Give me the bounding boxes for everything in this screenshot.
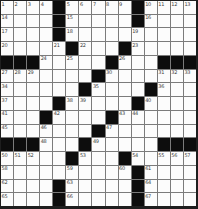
cell-r1c10[interactable]: 9 (119, 1, 131, 14)
clue-number-7: 7 (93, 1, 96, 7)
cell-r3c12[interactable] (145, 28, 157, 41)
clue-number-44: 44 (132, 110, 138, 116)
clue-number-50: 50 (2, 152, 8, 158)
clue-number-4: 4 (41, 1, 44, 7)
cell-r7c2[interactable] (14, 83, 26, 96)
cell-r10c1[interactable]: 45 (1, 125, 13, 138)
cell-r4c14[interactable] (171, 42, 183, 55)
cell-r14c15[interactable] (184, 180, 196, 193)
cell-r6c1[interactable]: 27 (1, 70, 13, 83)
cell-r9c3[interactable] (27, 111, 39, 124)
cell-r2c13[interactable] (158, 15, 170, 28)
cell-r14c12[interactable]: 64 (145, 180, 157, 193)
cell-r14c3[interactable] (27, 180, 39, 193)
cell-r8c13[interactable] (158, 97, 170, 110)
cell-r1c1[interactable]: 1 (1, 1, 13, 14)
cell-r5c4[interactable]: 24 (40, 56, 52, 69)
clue-number-36: 36 (158, 83, 164, 89)
clue-number-60: 60 (119, 165, 125, 171)
cell-r14c9[interactable] (106, 180, 118, 193)
black-cell-r4c6 (66, 42, 78, 55)
cell-r4c5[interactable]: 21 (53, 42, 65, 55)
cell-r15c2[interactable] (14, 193, 26, 206)
cell-r12c1[interactable]: 50 (1, 152, 13, 165)
cell-r1c7[interactable]: 6 (79, 1, 91, 14)
clue-number-52: 52 (28, 152, 34, 158)
cell-r12c9[interactable] (106, 152, 118, 165)
clue-number-19: 19 (132, 28, 138, 34)
cell-r3c10[interactable] (119, 28, 131, 41)
cell-r11c11[interactable] (132, 138, 144, 151)
clue-number-25: 25 (67, 55, 73, 61)
clue-number-46: 46 (41, 124, 47, 130)
cell-r12c15[interactable]: 57 (184, 152, 196, 165)
cell-r6c4[interactable] (40, 70, 52, 83)
clue-number-39: 39 (80, 97, 86, 103)
cell-r13c9[interactable] (106, 166, 118, 179)
cell-r4c7[interactable]: 22 (79, 42, 91, 55)
cell-r12c11[interactable]: 54 (132, 152, 144, 165)
cell-r3c2[interactable] (14, 28, 26, 41)
cell-r2c8[interactable] (92, 15, 104, 28)
cell-r3c8[interactable] (92, 28, 104, 41)
cell-r9c11[interactable]: 44 (132, 111, 144, 124)
cell-r10c4[interactable]: 46 (40, 125, 52, 138)
clue-number-40: 40 (145, 97, 151, 103)
black-cell-r5c2 (14, 56, 26, 69)
cell-r12c12[interactable] (145, 152, 157, 165)
cell-r14c14[interactable] (171, 180, 183, 193)
cell-r10c3[interactable] (27, 125, 39, 138)
cell-r13c1[interactable]: 58 (1, 166, 13, 179)
cell-r10c14[interactable] (171, 125, 183, 138)
cell-r1c14[interactable]: 12 (171, 1, 183, 14)
cell-r4c12[interactable] (145, 42, 157, 55)
cell-r13c12[interactable]: 61 (145, 166, 157, 179)
clue-number-10: 10 (145, 1, 151, 7)
black-cell-r11c7 (79, 138, 91, 151)
cell-r4c15[interactable] (184, 42, 196, 55)
cell-r2c14[interactable] (171, 15, 183, 28)
black-cell-r5c9 (106, 56, 118, 69)
clue-number-29: 29 (28, 69, 34, 75)
black-cell-r10c8 (92, 125, 104, 138)
clue-number-38: 38 (67, 97, 73, 103)
black-cell-r14c5 (53, 180, 65, 193)
cell-r13c8[interactable] (92, 166, 104, 179)
cell-r7c13[interactable]: 36 (158, 83, 170, 96)
clue-number-32: 32 (171, 69, 177, 75)
clue-number-67: 67 (145, 193, 151, 199)
clue-number-43: 43 (119, 110, 125, 116)
cell-r5c11[interactable] (132, 56, 144, 69)
cell-r15c4[interactable] (40, 193, 52, 206)
crossword-page: 1234567891011121314151617181920212223242… (0, 0, 198, 209)
cell-r11c9[interactable] (106, 138, 118, 151)
cell-r1c9[interactable]: 8 (106, 1, 118, 14)
black-cell-r11c2 (14, 138, 26, 151)
clue-number-16: 16 (145, 14, 151, 20)
clue-number-28: 28 (15, 69, 21, 75)
cell-r6c2[interactable]: 28 (14, 70, 26, 83)
black-cell-r7c7 (79, 83, 91, 96)
clue-number-66: 66 (67, 193, 73, 199)
clue-number-48: 48 (41, 138, 47, 144)
cell-r12c8[interactable] (92, 152, 104, 165)
cell-r9c15[interactable] (184, 111, 196, 124)
cell-r4c2[interactable] (14, 42, 26, 55)
cell-r13c2[interactable] (14, 166, 26, 179)
cell-r10c10[interactable] (119, 125, 131, 138)
cell-r4c3[interactable] (27, 42, 39, 55)
clue-number-62: 62 (2, 179, 8, 185)
clue-number-35: 35 (93, 83, 99, 89)
clue-number-11: 11 (158, 1, 164, 7)
cell-r3c6[interactable]: 18 (66, 28, 78, 41)
cell-r12c5[interactable] (53, 152, 65, 165)
clue-number-65: 65 (2, 193, 8, 199)
cell-r7c11[interactable] (132, 83, 144, 96)
cell-r2c10[interactable] (119, 15, 131, 28)
cell-r3c1[interactable]: 17 (1, 28, 13, 41)
black-cell-r9c9 (106, 111, 118, 124)
clue-number-42: 42 (54, 110, 60, 116)
cell-r2c6[interactable]: 15 (66, 15, 78, 28)
cell-r6c15[interactable]: 33 (184, 70, 196, 83)
cell-r1c3[interactable]: 3 (27, 1, 39, 14)
cell-r9c12[interactable] (145, 111, 157, 124)
clue-number-61: 61 (145, 165, 151, 171)
cell-r6c9[interactable]: 30 (106, 70, 118, 83)
black-cell-r9c4 (40, 111, 52, 124)
cell-r12c7[interactable]: 53 (79, 152, 91, 165)
cell-r12c4[interactable] (40, 152, 52, 165)
cell-r10c13[interactable] (158, 125, 170, 138)
cell-r7c14[interactable] (171, 83, 183, 96)
cell-r15c7[interactable] (79, 193, 91, 206)
cell-r6c10[interactable] (119, 70, 131, 83)
cell-r7c5[interactable] (53, 83, 65, 96)
clue-number-12: 12 (171, 1, 177, 7)
black-cell-r11c15 (184, 138, 196, 151)
black-cell-r11c1 (1, 138, 13, 151)
clue-number-13: 13 (184, 1, 190, 7)
cell-r3c14[interactable] (171, 28, 183, 41)
cell-r5c7[interactable] (79, 56, 91, 69)
black-cell-r11c3 (27, 138, 39, 151)
clue-number-30: 30 (106, 69, 112, 75)
cell-r2c1[interactable]: 14 (1, 15, 13, 28)
cell-r7c4[interactable] (40, 83, 52, 96)
cell-r1c8[interactable]: 7 (92, 1, 104, 14)
cell-r15c3[interactable] (27, 193, 39, 206)
clue-number-26: 26 (119, 55, 125, 61)
cell-r7c6[interactable] (66, 83, 78, 96)
cell-r6c6[interactable] (66, 70, 78, 83)
clue-number-17: 17 (2, 28, 8, 34)
cell-r2c12[interactable]: 16 (145, 15, 157, 28)
clue-number-51: 51 (15, 152, 21, 158)
cell-r5c12[interactable] (145, 56, 157, 69)
black-cell-r1c5 (53, 1, 65, 14)
black-cell-r3c5 (53, 28, 65, 41)
black-cell-r2c11 (132, 15, 144, 28)
cell-r12c14[interactable]: 56 (171, 152, 183, 165)
black-cell-r12c6 (66, 152, 78, 165)
cell-r11c5[interactable] (53, 138, 65, 151)
cell-r8c1[interactable]: 37 (1, 97, 13, 110)
cell-r12c13[interactable]: 55 (158, 152, 170, 165)
cell-r15c10[interactable] (119, 193, 131, 206)
cell-r2c7[interactable] (79, 15, 91, 28)
cell-r15c13[interactable] (158, 193, 170, 206)
cell-r7c15[interactable] (184, 83, 196, 96)
cell-r4c13[interactable] (158, 42, 170, 55)
cell-r5c10[interactable]: 26 (119, 56, 131, 69)
clue-number-56: 56 (171, 152, 177, 158)
clue-number-8: 8 (106, 1, 109, 7)
cell-r1c6[interactable]: 5 (66, 1, 78, 14)
cell-r9c1[interactable]: 41 (1, 111, 13, 124)
cell-r13c10[interactable]: 60 (119, 166, 131, 179)
clue-number-58: 58 (2, 165, 8, 171)
cell-r10c12[interactable] (145, 125, 157, 138)
clue-number-18: 18 (67, 28, 73, 34)
cell-r8c14[interactable] (171, 97, 183, 110)
cell-r9c7[interactable] (79, 111, 91, 124)
black-cell-r7c12 (145, 83, 157, 96)
clue-number-27: 27 (2, 69, 8, 75)
clue-number-24: 24 (41, 55, 47, 61)
cell-r14c8[interactable] (92, 180, 104, 193)
clue-number-55: 55 (158, 152, 164, 158)
cell-r14c7[interactable] (79, 180, 91, 193)
cell-r6c11[interactable] (132, 70, 144, 83)
cell-r2c15[interactable] (184, 15, 196, 28)
cell-r4c9[interactable] (106, 42, 118, 55)
cell-r11c8[interactable]: 49 (92, 138, 104, 151)
cell-r15c8[interactable] (92, 193, 104, 206)
cell-r15c1[interactable]: 65 (1, 193, 13, 206)
clue-number-1: 1 (2, 1, 5, 7)
black-cell-r1c11 (132, 1, 144, 14)
cell-r13c3[interactable] (27, 166, 39, 179)
clue-number-3: 3 (28, 1, 31, 7)
clue-number-59: 59 (67, 165, 73, 171)
black-cell-r14c11 (132, 180, 144, 193)
cell-r4c11[interactable]: 23 (132, 42, 144, 55)
black-cell-r5c15 (184, 56, 196, 69)
black-cell-r4c10 (119, 42, 131, 55)
cell-r14c10[interactable] (119, 180, 131, 193)
cell-r15c12[interactable]: 67 (145, 193, 157, 206)
clue-number-14: 14 (2, 14, 8, 20)
cell-r1c13[interactable]: 11 (158, 1, 170, 14)
cell-r8c9[interactable] (106, 97, 118, 110)
clue-number-21: 21 (54, 42, 60, 48)
cell-r7c1[interactable]: 34 (1, 83, 13, 96)
cell-r15c6[interactable]: 66 (66, 193, 78, 206)
cell-r8c2[interactable] (14, 97, 26, 110)
cell-r3c3[interactable] (27, 28, 39, 41)
cell-r15c14[interactable] (171, 193, 183, 206)
black-cell-r8c5 (53, 97, 65, 110)
black-cell-r8c11 (132, 97, 144, 110)
cell-r12c3[interactable]: 52 (27, 152, 39, 165)
clue-number-33: 33 (184, 69, 190, 75)
clue-number-63: 63 (67, 179, 73, 185)
cell-r7c9[interactable] (106, 83, 118, 96)
cell-r8c15[interactable] (184, 97, 196, 110)
cell-r9c10[interactable]: 43 (119, 111, 131, 124)
cell-r3c15[interactable] (184, 28, 196, 41)
cell-r7c3[interactable] (27, 83, 39, 96)
cell-r7c8[interactable]: 35 (92, 83, 104, 96)
cell-r11c12[interactable] (145, 138, 157, 151)
clue-number-23: 23 (132, 42, 138, 48)
clue-number-64: 64 (145, 179, 151, 185)
cell-r15c9[interactable] (106, 193, 118, 206)
black-cell-r5c3 (27, 56, 39, 69)
cell-r8c6[interactable]: 38 (66, 97, 78, 110)
clue-number-9: 9 (119, 1, 122, 7)
black-cell-r2c5 (53, 15, 65, 28)
cell-r9c14[interactable] (171, 111, 183, 124)
cell-r6c12[interactable] (145, 70, 157, 83)
cell-r13c14[interactable] (171, 166, 183, 179)
cell-r6c13[interactable]: 31 (158, 70, 170, 83)
clue-number-57: 57 (184, 152, 190, 158)
clue-number-5: 5 (67, 1, 70, 7)
cell-r8c7[interactable]: 39 (79, 97, 91, 110)
cell-r9c5[interactable]: 42 (53, 111, 65, 124)
cell-r15c15[interactable] (184, 193, 196, 206)
clue-number-45: 45 (2, 124, 8, 130)
cell-r1c4[interactable]: 4 (40, 1, 52, 14)
cell-r10c11[interactable] (132, 125, 144, 138)
cell-r5c6[interactable]: 25 (66, 56, 78, 69)
clue-number-15: 15 (67, 14, 73, 20)
cell-r3c11[interactable]: 19 (132, 28, 144, 41)
black-cell-r5c13 (158, 56, 170, 69)
cell-r14c13[interactable] (158, 180, 170, 193)
cell-r8c4[interactable] (40, 97, 52, 110)
cell-r1c12[interactable]: 10 (145, 1, 157, 14)
cell-r9c2[interactable] (14, 111, 26, 124)
cell-r8c12[interactable]: 40 (145, 97, 157, 110)
cell-r2c2[interactable] (14, 15, 26, 28)
clue-number-31: 31 (158, 69, 164, 75)
cell-r13c5[interactable] (53, 166, 65, 179)
cell-r2c9[interactable] (106, 15, 118, 28)
cell-r6c7[interactable] (79, 70, 91, 83)
cell-r14c6[interactable]: 63 (66, 180, 78, 193)
cell-r11c4[interactable]: 48 (40, 138, 52, 151)
black-cell-r13c11 (132, 166, 144, 179)
cell-r4c4[interactable] (40, 42, 52, 55)
black-cell-r11c13 (158, 138, 170, 151)
cell-r2c3[interactable] (27, 15, 39, 28)
cell-r10c7[interactable] (79, 125, 91, 138)
cell-r10c2[interactable] (14, 125, 26, 138)
clue-number-41: 41 (2, 110, 8, 116)
clue-number-54: 54 (132, 152, 138, 158)
black-cell-r15c11 (132, 193, 144, 206)
cell-r9c6[interactable] (66, 111, 78, 124)
cell-r6c5[interactable] (53, 70, 65, 83)
black-cell-r12c10 (119, 152, 131, 165)
cell-r10c15[interactable] (184, 125, 196, 138)
clue-number-22: 22 (80, 42, 86, 48)
cell-r10c9[interactable]: 47 (106, 125, 118, 138)
cell-r13c13[interactable] (158, 166, 170, 179)
cell-r11c6[interactable] (66, 138, 78, 151)
black-cell-r5c1 (1, 56, 13, 69)
cell-r7c10[interactable] (119, 83, 131, 96)
cell-r14c4[interactable] (40, 180, 52, 193)
clue-number-53: 53 (80, 152, 86, 158)
cell-r3c9[interactable] (106, 28, 118, 41)
cell-r14c2[interactable] (14, 180, 26, 193)
cell-r12c2[interactable]: 51 (14, 152, 26, 165)
black-cell-r6c8 (92, 70, 104, 83)
cell-r8c8[interactable] (92, 97, 104, 110)
cell-r10c5[interactable] (53, 125, 65, 138)
black-cell-r11c14 (171, 138, 183, 151)
cell-r5c5[interactable] (53, 56, 65, 69)
cell-r5c8[interactable] (92, 56, 104, 69)
clue-number-6: 6 (80, 1, 83, 7)
clue-number-37: 37 (2, 97, 8, 103)
clue-number-49: 49 (93, 138, 99, 144)
cell-r4c8[interactable] (92, 42, 104, 55)
crossword-board: 1234567891011121314151617181920212223242… (0, 0, 198, 209)
cell-r14c1[interactable]: 62 (1, 180, 13, 193)
cell-r6c14[interactable]: 32 (171, 70, 183, 83)
cell-r13c15[interactable] (184, 166, 196, 179)
cell-r9c13[interactable] (158, 111, 170, 124)
clue-number-34: 34 (2, 83, 8, 89)
cell-r13c7[interactable] (79, 166, 91, 179)
black-cell-r5c14 (171, 56, 183, 69)
cell-r8c3[interactable] (27, 97, 39, 110)
cell-r1c2[interactable]: 2 (14, 1, 26, 14)
cell-r13c4[interactable] (40, 166, 52, 179)
clue-number-20: 20 (2, 42, 8, 48)
cell-r13c6[interactable]: 59 (66, 166, 78, 179)
cell-r3c4[interactable] (40, 28, 52, 41)
clue-number-47: 47 (106, 124, 112, 130)
cell-r8c10[interactable] (119, 97, 131, 110)
cell-r3c13[interactable] (158, 28, 170, 41)
cell-r2c4[interactable] (40, 15, 52, 28)
cell-r3c7[interactable] (79, 28, 91, 41)
cell-r4c1[interactable]: 20 (1, 42, 13, 55)
black-cell-r15c5 (53, 193, 65, 206)
cell-r9c8[interactable] (92, 111, 104, 124)
cell-r6c3[interactable]: 29 (27, 70, 39, 83)
cell-r11c10[interactable] (119, 138, 131, 151)
cell-r1c15[interactable]: 13 (184, 1, 196, 14)
cell-r10c6[interactable] (66, 125, 78, 138)
clue-number-2: 2 (15, 1, 18, 7)
